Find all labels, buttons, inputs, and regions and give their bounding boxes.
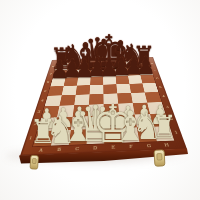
rank-label-right-5: 5 — [159, 86, 162, 89]
square-e3 — [104, 104, 120, 116]
rank-label-right-7: 7 — [153, 70, 156, 72]
rank-label-right-6: 6 — [156, 78, 159, 80]
file-label-a: A — [38, 148, 43, 153]
square-h1 — [153, 126, 174, 141]
square-d5 — [90, 85, 104, 95]
file-label-e: E — [111, 145, 115, 150]
square-c4 — [74, 94, 89, 105]
rank-label-left-1: 1 — [28, 137, 32, 141]
square-e5 — [103, 84, 117, 94]
file-label-c: C — [75, 147, 79, 152]
rank-label-right-4: 4 — [162, 95, 165, 98]
rank-label-left-6: 6 — [47, 81, 50, 83]
square-d3 — [88, 104, 104, 116]
square-c2 — [71, 116, 88, 130]
file-label-b: B — [57, 147, 61, 152]
square-d1 — [87, 129, 105, 145]
square-e2 — [104, 115, 121, 129]
square-h4 — [145, 92, 162, 103]
rank-label-right-8: 8 — [151, 63, 154, 65]
square-c5 — [76, 85, 90, 95]
file-label-f: F — [129, 144, 133, 149]
square-b2 — [54, 117, 72, 131]
chess-board: ABCDEFGH8877665544332211 — [20, 57, 187, 156]
chess-set-photo: ABCDEFGH8877665544332211 ♜♞♝♛♚♝♞♜♟♟♟♟♟♟♟… — [0, 0, 200, 200]
square-e4 — [103, 93, 118, 104]
square-b1 — [51, 130, 71, 146]
rank-label-left-2: 2 — [33, 123, 37, 127]
square-h3 — [147, 102, 165, 114]
board-squares-grid — [33, 61, 174, 147]
square-c3 — [73, 105, 89, 117]
square-d2 — [87, 116, 104, 130]
file-label-h: H — [164, 143, 170, 148]
coordinate-labels: ABCDEFGH8877665544332211 — [52, 57, 153, 60]
file-label-g: G — [147, 144, 152, 149]
rank-label-left-4: 4 — [41, 100, 44, 103]
rank-label-right-1: 1 — [174, 131, 178, 135]
rank-label-left-5: 5 — [44, 90, 47, 93]
square-h5 — [142, 83, 158, 93]
rank-label-left-8: 8 — [52, 66, 55, 68]
file-label-d: D — [93, 146, 97, 151]
rank-label-left-3: 3 — [37, 110, 41, 113]
rank-label-right-3: 3 — [166, 106, 170, 109]
square-e1 — [104, 128, 122, 143]
square-b3 — [57, 105, 74, 117]
square-b4 — [59, 95, 75, 106]
square-c1 — [69, 129, 88, 145]
square-h2 — [150, 113, 169, 126]
square-d4 — [89, 94, 104, 105]
rank-label-right-2: 2 — [170, 118, 174, 122]
rank-label-left-7: 7 — [49, 73, 52, 75]
